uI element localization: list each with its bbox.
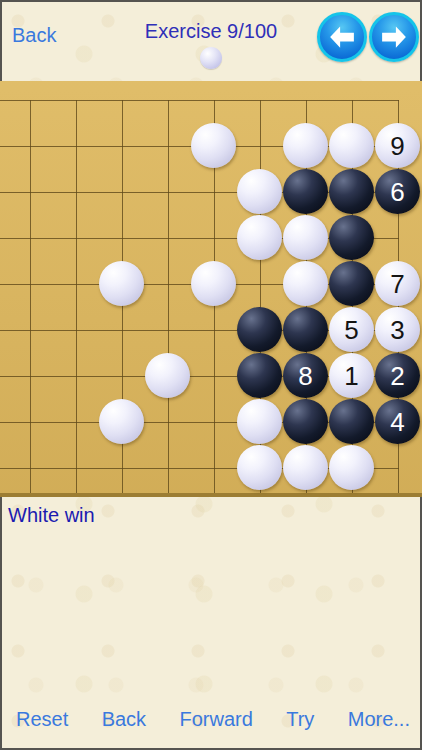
grid-line-vertical xyxy=(76,100,77,493)
black-stone-move-4: 4 xyxy=(375,399,420,444)
move-number-label: 6 xyxy=(390,179,404,205)
move-number-label: 9 xyxy=(390,133,404,159)
white-stone xyxy=(237,445,282,490)
go-board[interactable]: 967538124 xyxy=(0,81,422,497)
black-stone xyxy=(283,399,328,444)
move-number-label: 2 xyxy=(390,363,404,389)
move-number-label: 4 xyxy=(390,409,404,435)
white-stone xyxy=(237,169,282,214)
back-button[interactable]: Back xyxy=(102,708,146,731)
black-stone xyxy=(237,307,282,352)
grid-line-vertical xyxy=(30,100,31,493)
next-exercise-button[interactable] xyxy=(369,12,419,62)
grid-line-vertical xyxy=(168,100,169,493)
black-stone xyxy=(237,353,282,398)
white-stone xyxy=(99,399,144,444)
white-stone xyxy=(145,353,190,398)
white-stone-move-3: 3 xyxy=(375,307,420,352)
move-number-label: 5 xyxy=(344,317,358,343)
forward-button[interactable]: Forward xyxy=(179,708,252,731)
black-stone xyxy=(283,307,328,352)
white-stone xyxy=(283,261,328,306)
white-stone-move-9: 9 xyxy=(375,123,420,168)
black-stone xyxy=(283,169,328,214)
reset-button[interactable]: Reset xyxy=(16,708,68,731)
white-stone-turn-icon xyxy=(200,47,222,69)
move-number-label: 8 xyxy=(298,363,312,389)
move-number-label: 3 xyxy=(390,317,404,343)
move-number-label: 1 xyxy=(344,363,358,389)
white-stone xyxy=(237,215,282,260)
black-stone-move-2: 2 xyxy=(375,353,420,398)
app-root: Back Exercise 9/100 967538124 White win … xyxy=(0,0,422,750)
left-arrow-icon xyxy=(327,22,357,52)
white-stone xyxy=(237,399,282,444)
white-stone xyxy=(191,261,236,306)
footer-toolbar: Reset Back Forward Try More... xyxy=(0,698,422,740)
white-stone-move-5: 5 xyxy=(329,307,374,352)
white-stone xyxy=(329,123,374,168)
white-stone xyxy=(99,261,144,306)
black-stone xyxy=(329,399,374,444)
black-stone xyxy=(329,169,374,214)
white-stone xyxy=(191,123,236,168)
right-arrow-icon xyxy=(379,22,409,52)
move-number-label: 7 xyxy=(390,271,404,297)
more-button[interactable]: More... xyxy=(348,708,410,731)
black-stone xyxy=(329,261,374,306)
board-cut-edge xyxy=(0,493,422,497)
white-stone xyxy=(283,445,328,490)
white-stone-move-7: 7 xyxy=(375,261,420,306)
status-text: White win xyxy=(8,504,95,527)
white-stone xyxy=(329,445,374,490)
white-stone xyxy=(283,123,328,168)
white-stone-move-1: 1 xyxy=(329,353,374,398)
try-button[interactable]: Try xyxy=(286,708,314,731)
header: Back Exercise 9/100 xyxy=(0,0,422,81)
black-stone-move-6: 6 xyxy=(375,169,420,214)
black-stone xyxy=(329,215,374,260)
white-stone xyxy=(283,215,328,260)
black-stone-move-8: 8 xyxy=(283,353,328,398)
prev-exercise-button[interactable] xyxy=(317,12,367,62)
grid-line-horizontal xyxy=(0,100,399,101)
